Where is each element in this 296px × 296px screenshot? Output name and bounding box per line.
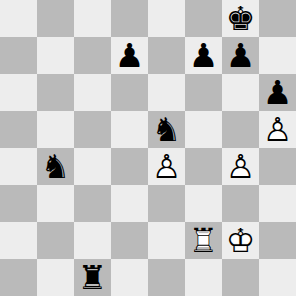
- square-b7[interactable]: [37, 37, 74, 74]
- black-pawn[interactable]: ♟: [185, 37, 222, 74]
- black-king-glyph: ♚: [222, 0, 259, 37]
- square-b8[interactable]: [37, 0, 74, 37]
- square-f3[interactable]: [185, 185, 222, 222]
- square-c4[interactable]: [74, 148, 111, 185]
- black-pawn-glyph: ♟: [185, 37, 222, 74]
- square-d3[interactable]: [111, 185, 148, 222]
- square-h8[interactable]: [259, 0, 296, 37]
- square-e8[interactable]: [148, 0, 185, 37]
- square-a6[interactable]: [0, 74, 37, 111]
- black-knight[interactable]: ♞: [148, 111, 185, 148]
- square-a5[interactable]: [0, 111, 37, 148]
- square-e6[interactable]: [148, 74, 185, 111]
- black-knight-glyph: ♞: [148, 111, 185, 148]
- square-e5[interactable]: ♞: [148, 111, 185, 148]
- square-b5[interactable]: [37, 111, 74, 148]
- square-h7[interactable]: [259, 37, 296, 74]
- square-c7[interactable]: [74, 37, 111, 74]
- square-g1[interactable]: [222, 259, 259, 296]
- square-h6[interactable]: ♟: [259, 74, 296, 111]
- white-rook-outline: ♖: [185, 222, 222, 259]
- black-rook[interactable]: ♜: [74, 259, 111, 296]
- square-e3[interactable]: [148, 185, 185, 222]
- white-pawn[interactable]: ♟♙: [148, 148, 185, 185]
- square-g7[interactable]: ♟: [222, 37, 259, 74]
- square-c5[interactable]: [74, 111, 111, 148]
- square-b6[interactable]: [37, 74, 74, 111]
- square-e4[interactable]: ♟♙: [148, 148, 185, 185]
- square-g6[interactable]: [222, 74, 259, 111]
- square-b3[interactable]: [37, 185, 74, 222]
- square-a7[interactable]: [0, 37, 37, 74]
- black-pawn[interactable]: ♟: [222, 37, 259, 74]
- black-king[interactable]: ♚: [222, 0, 259, 37]
- square-f1[interactable]: [185, 259, 222, 296]
- square-h4[interactable]: [259, 148, 296, 185]
- square-a1[interactable]: [0, 259, 37, 296]
- white-king-outline: ♔: [222, 222, 259, 259]
- square-c3[interactable]: [74, 185, 111, 222]
- square-d1[interactable]: [111, 259, 148, 296]
- square-e2[interactable]: [148, 222, 185, 259]
- square-a2[interactable]: [0, 222, 37, 259]
- black-rook-glyph: ♜: [74, 259, 111, 296]
- square-d8[interactable]: [111, 0, 148, 37]
- square-g4[interactable]: ♟♙: [222, 148, 259, 185]
- square-c2[interactable]: [74, 222, 111, 259]
- white-pawn-outline: ♙: [259, 111, 296, 148]
- square-a8[interactable]: [0, 0, 37, 37]
- square-e7[interactable]: [148, 37, 185, 74]
- black-pawn-glyph: ♟: [259, 74, 296, 111]
- square-b1[interactable]: [37, 259, 74, 296]
- square-h2[interactable]: [259, 222, 296, 259]
- white-pawn[interactable]: ♟♙: [259, 111, 296, 148]
- square-d5[interactable]: [111, 111, 148, 148]
- square-b2[interactable]: [37, 222, 74, 259]
- square-d7[interactable]: ♟: [111, 37, 148, 74]
- square-e1[interactable]: [148, 259, 185, 296]
- white-pawn[interactable]: ♟♙: [222, 148, 259, 185]
- square-d2[interactable]: [111, 222, 148, 259]
- square-f7[interactable]: ♟: [185, 37, 222, 74]
- square-a3[interactable]: [0, 185, 37, 222]
- square-c6[interactable]: [74, 74, 111, 111]
- square-c1[interactable]: ♜: [74, 259, 111, 296]
- square-f5[interactable]: [185, 111, 222, 148]
- square-g3[interactable]: [222, 185, 259, 222]
- square-f6[interactable]: [185, 74, 222, 111]
- square-a4[interactable]: [0, 148, 37, 185]
- square-c8[interactable]: [74, 0, 111, 37]
- square-d4[interactable]: [111, 148, 148, 185]
- white-rook[interactable]: ♜♖: [185, 222, 222, 259]
- square-d6[interactable]: [111, 74, 148, 111]
- black-knight-glyph: ♞: [37, 148, 74, 185]
- square-b4[interactable]: ♞: [37, 148, 74, 185]
- black-pawn[interactable]: ♟: [259, 74, 296, 111]
- white-pawn-outline: ♙: [222, 148, 259, 185]
- white-king[interactable]: ♚♔: [222, 222, 259, 259]
- black-pawn-glyph: ♟: [222, 37, 259, 74]
- square-h3[interactable]: [259, 185, 296, 222]
- black-knight[interactable]: ♞: [37, 148, 74, 185]
- square-h1[interactable]: [259, 259, 296, 296]
- square-g5[interactable]: [222, 111, 259, 148]
- square-f4[interactable]: [185, 148, 222, 185]
- square-g2[interactable]: ♚♔: [222, 222, 259, 259]
- square-h5[interactable]: ♟♙: [259, 111, 296, 148]
- square-f2[interactable]: ♜♖: [185, 222, 222, 259]
- square-g8[interactable]: ♚: [222, 0, 259, 37]
- square-f8[interactable]: [185, 0, 222, 37]
- white-pawn-outline: ♙: [148, 148, 185, 185]
- black-pawn-glyph: ♟: [111, 37, 148, 74]
- chess-board: ♚♟♟♟♟♞♟♙♞♟♙♟♙♜♖♚♔♜: [0, 0, 296, 296]
- black-pawn[interactable]: ♟: [111, 37, 148, 74]
